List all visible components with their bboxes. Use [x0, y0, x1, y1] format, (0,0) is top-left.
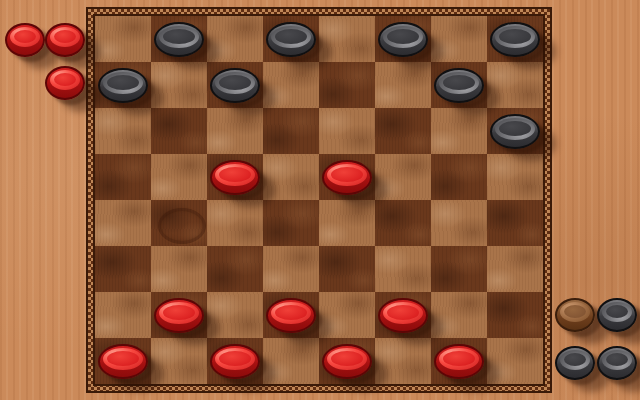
square-r2c0[interactable] [95, 108, 151, 154]
captured-checker-red-2[interactable] [45, 66, 85, 100]
square-r3c3[interactable] [263, 154, 319, 200]
square-r7c1[interactable] [151, 338, 207, 384]
square-r0c6[interactable] [431, 16, 487, 62]
checker-dark-r2c7[interactable] [490, 114, 540, 149]
square-r0c4[interactable] [319, 16, 375, 62]
square-r1c1[interactable] [151, 62, 207, 108]
checker-red-r6c5[interactable] [378, 298, 428, 333]
square-r6c0[interactable] [95, 292, 151, 338]
captured-checker-brown-0[interactable] [555, 298, 595, 332]
checker-red-r7c2[interactable] [210, 344, 260, 379]
checker-red-r7c4[interactable] [322, 344, 372, 379]
square-r7c7[interactable] [487, 338, 543, 384]
square-r1c4[interactable] [319, 62, 375, 108]
square-r6c4[interactable] [319, 292, 375, 338]
checker-red-r7c0[interactable] [98, 344, 148, 379]
square-r4c4[interactable] [319, 200, 375, 246]
square-r2c5[interactable] [375, 108, 431, 154]
checker-red-r6c3[interactable] [266, 298, 316, 333]
square-r5c1[interactable] [151, 246, 207, 292]
square-r1c3[interactable] [263, 62, 319, 108]
checker-red-r7c6[interactable] [434, 344, 484, 379]
square-r6c7[interactable] [487, 292, 543, 338]
square-r2c2[interactable] [207, 108, 263, 154]
checkers-board [86, 7, 552, 393]
checker-red-r3c4[interactable] [322, 160, 372, 195]
checker-red-r6c1[interactable] [154, 298, 204, 333]
checker-dark-r0c1[interactable] [154, 22, 204, 57]
square-r2c6[interactable] [431, 108, 487, 154]
square-r4c5[interactable] [375, 200, 431, 246]
square-r5c2[interactable] [207, 246, 263, 292]
checker-dark-r0c7[interactable] [490, 22, 540, 57]
captured-checker-red-1[interactable] [45, 23, 85, 57]
captured-checker-dark-2[interactable] [597, 346, 637, 380]
square-r5c3[interactable] [263, 246, 319, 292]
square-r0c2[interactable] [207, 16, 263, 62]
captured-checker-red-0[interactable] [5, 23, 45, 57]
square-r4c3[interactable] [263, 200, 319, 246]
square-r4c0[interactable] [95, 200, 151, 246]
square-r6c2[interactable] [207, 292, 263, 338]
square-r1c5[interactable] [375, 62, 431, 108]
square-r5c6[interactable] [431, 246, 487, 292]
checker-dark-r1c0[interactable] [98, 68, 148, 103]
square-r2c1[interactable] [151, 108, 207, 154]
captured-checker-dark-1[interactable] [555, 346, 595, 380]
captured-checker-dark-0[interactable] [597, 298, 637, 332]
square-r5c0[interactable] [95, 246, 151, 292]
square-r0c0[interactable] [95, 16, 151, 62]
square-r1c7[interactable] [487, 62, 543, 108]
checker-dark-r1c2[interactable] [210, 68, 260, 103]
board-grid [93, 14, 545, 386]
square-r3c5[interactable] [375, 154, 431, 200]
square-r7c3[interactable] [263, 338, 319, 384]
square-r2c3[interactable] [263, 108, 319, 154]
square-r3c6[interactable] [431, 154, 487, 200]
square-r3c1[interactable] [151, 154, 207, 200]
square-r2c4[interactable] [319, 108, 375, 154]
square-r3c0[interactable] [95, 154, 151, 200]
square-r5c4[interactable] [319, 246, 375, 292]
piece-ring-mark [158, 208, 206, 244]
square-r4c2[interactable] [207, 200, 263, 246]
square-r5c7[interactable] [487, 246, 543, 292]
checker-red-r3c2[interactable] [210, 160, 260, 195]
square-r3c7[interactable] [487, 154, 543, 200]
checker-dark-r1c6[interactable] [434, 68, 484, 103]
square-r7c5[interactable] [375, 338, 431, 384]
square-r4c7[interactable] [487, 200, 543, 246]
square-r5c5[interactable] [375, 246, 431, 292]
checker-dark-r0c5[interactable] [378, 22, 428, 57]
checker-dark-r0c3[interactable] [266, 22, 316, 57]
square-r4c6[interactable] [431, 200, 487, 246]
square-r6c6[interactable] [431, 292, 487, 338]
